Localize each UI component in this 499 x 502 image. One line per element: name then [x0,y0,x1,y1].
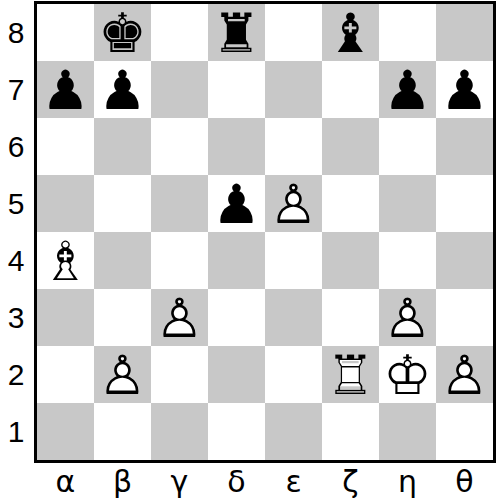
white-pawn[interactable]: ♟♙ [151,289,208,346]
rank-label-5: 5 [0,175,32,232]
file-label-g: η [379,462,436,502]
chess-diagram-page: 87654321 ♚♜♝♟♟♟♟♟♟♙♝♗♟♙♟♙♟♙♜♖♚♔♟♙ αβγδεζ… [0,0,499,502]
square-f4[interactable] [322,232,379,289]
square-f6[interactable] [322,118,379,175]
piece-glyph: ♙ [98,349,146,403]
file-label-c: γ [151,462,208,502]
piece-glyph: ♙ [155,292,203,346]
file-labels: αβγδεζηθ [37,462,493,502]
rank-label-7: 7 [0,61,32,118]
square-d1[interactable] [208,403,265,460]
square-d3[interactable] [208,289,265,346]
square-a8[interactable] [37,4,94,61]
piece-glyph: ♖ [326,349,374,403]
square-e3[interactable] [265,289,322,346]
piece-glyph: ♜ [212,7,260,61]
rank-label-3: 3 [0,289,32,346]
piece-glyph: ♙ [269,178,317,232]
square-c4[interactable] [151,232,208,289]
black-pawn[interactable]: ♟ [37,61,94,118]
piece-glyph: ♗ [41,235,89,289]
piece-glyph: ♟ [98,64,146,118]
square-c8[interactable] [151,4,208,61]
piece-glyph: ♝ [326,7,374,61]
piece-glyph: ♟ [440,64,488,118]
square-a5[interactable] [37,175,94,232]
rank-labels: 87654321 [0,4,32,460]
square-e5[interactable]: ♟♙ [265,175,322,232]
square-h1[interactable] [436,403,493,460]
file-label-f: ζ [322,462,379,502]
square-a3[interactable] [37,289,94,346]
square-h4[interactable] [436,232,493,289]
file-label-h: θ [436,462,493,502]
square-f5[interactable] [322,175,379,232]
square-h7[interactable]: ♟ [436,61,493,118]
chess-board: ♚♜♝♟♟♟♟♟♟♙♝♗♟♙♟♙♟♙♜♖♚♔♟♙ [34,1,496,463]
square-f3[interactable] [322,289,379,346]
piece-glyph: ♟ [41,64,89,118]
square-f7[interactable] [322,61,379,118]
square-b1[interactable] [94,403,151,460]
file-label-b: β [94,462,151,502]
square-b6[interactable] [94,118,151,175]
black-pawn[interactable]: ♟ [94,61,151,118]
white-pawn[interactable]: ♟♙ [94,346,151,403]
square-e7[interactable] [265,61,322,118]
square-a6[interactable] [37,118,94,175]
square-g8[interactable] [379,4,436,61]
square-h5[interactable] [436,175,493,232]
square-h6[interactable] [436,118,493,175]
square-b3[interactable] [94,289,151,346]
square-g4[interactable] [379,232,436,289]
square-c3[interactable]: ♟♙ [151,289,208,346]
square-g7[interactable]: ♟ [379,61,436,118]
square-d4[interactable] [208,232,265,289]
square-b5[interactable] [94,175,151,232]
white-pawn[interactable]: ♟♙ [436,346,493,403]
white-bishop[interactable]: ♝♗ [37,232,94,289]
square-h8[interactable] [436,4,493,61]
square-c7[interactable] [151,61,208,118]
square-g1[interactable] [379,403,436,460]
piece-glyph: ♚ [98,7,146,61]
square-d7[interactable] [208,61,265,118]
square-a7[interactable]: ♟ [37,61,94,118]
square-d2[interactable] [208,346,265,403]
square-c5[interactable] [151,175,208,232]
square-d5[interactable]: ♟ [208,175,265,232]
square-g5[interactable] [379,175,436,232]
black-pawn[interactable]: ♟ [208,175,265,232]
piece-glyph: ♟ [212,178,260,232]
square-e2[interactable] [265,346,322,403]
piece-glyph: ♟ [383,64,431,118]
white-pawn[interactable]: ♟♙ [379,289,436,346]
square-c1[interactable] [151,403,208,460]
square-a4[interactable]: ♝♗ [37,232,94,289]
rank-label-8: 8 [0,4,32,61]
square-b4[interactable] [94,232,151,289]
square-h2[interactable]: ♟♙ [436,346,493,403]
square-e1[interactable] [265,403,322,460]
black-pawn[interactable]: ♟ [379,61,436,118]
square-g6[interactable] [379,118,436,175]
white-rook[interactable]: ♜♖ [322,346,379,403]
square-c2[interactable] [151,346,208,403]
square-e4[interactable] [265,232,322,289]
square-a2[interactable] [37,346,94,403]
white-king[interactable]: ♚♔ [379,346,436,403]
square-e6[interactable] [265,118,322,175]
piece-glyph: ♙ [440,349,488,403]
square-b7[interactable]: ♟ [94,61,151,118]
square-g3[interactable]: ♟♙ [379,289,436,346]
square-b2[interactable]: ♟♙ [94,346,151,403]
square-h3[interactable] [436,289,493,346]
white-pawn[interactable]: ♟♙ [265,175,322,232]
rank-label-1: 1 [0,403,32,460]
black-king[interactable]: ♚ [94,4,151,61]
square-d8[interactable]: ♜ [208,4,265,61]
black-bishop[interactable]: ♝ [322,4,379,61]
file-label-e: ε [265,462,322,502]
square-b8[interactable]: ♚ [94,4,151,61]
piece-glyph: ♔ [383,349,431,403]
square-c6[interactable] [151,118,208,175]
rank-label-6: 6 [0,118,32,175]
rank-label-2: 2 [0,346,32,403]
black-pawn[interactable]: ♟ [436,61,493,118]
square-a1[interactable] [37,403,94,460]
square-d6[interactable] [208,118,265,175]
file-label-a: α [37,462,94,502]
square-f1[interactable] [322,403,379,460]
rank-label-4: 4 [0,232,32,289]
square-f2[interactable]: ♜♖ [322,346,379,403]
square-e8[interactable] [265,4,322,61]
black-rook[interactable]: ♜ [208,4,265,61]
square-g2[interactable]: ♚♔ [379,346,436,403]
file-label-d: δ [208,462,265,502]
piece-glyph: ♙ [383,292,431,346]
square-f8[interactable]: ♝ [322,4,379,61]
